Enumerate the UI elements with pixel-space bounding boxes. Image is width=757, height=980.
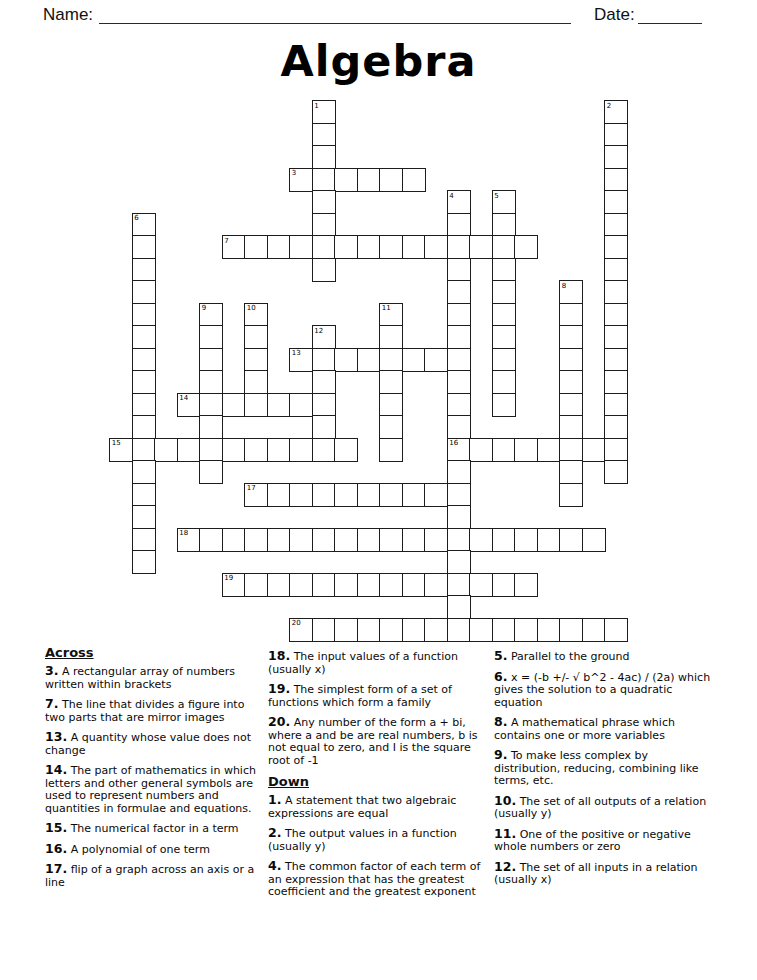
cell-r6-c14[interactable] [424,235,448,259]
cell-r15-c17[interactable] [492,438,516,462]
cell-r19-c12[interactable] [379,528,403,552]
cell-r9-c12[interactable]: 11 [379,303,403,327]
cell-r17-c14[interactable] [424,483,448,507]
cell-r6-c11[interactable] [357,235,381,259]
cell-r15-c19[interactable] [537,438,561,462]
cell-r19-c6[interactable] [244,528,268,552]
cell-r14-c22[interactable] [604,415,628,439]
cell-r6-c17[interactable] [492,235,516,259]
cell-r11-c6[interactable] [244,348,268,372]
cell-r17-c10[interactable] [334,483,358,507]
cell-r19-c20[interactable] [559,528,583,552]
cell-r13-c22[interactable] [604,393,628,417]
clue-label-17: 17. [45,861,67,876]
clue-down-2: 2. The output values in a function (usua… [268,827,485,853]
cell-r11-c14[interactable] [424,348,448,372]
clue-text-12: The set of all inputs in a relation (usu… [494,861,698,887]
cell-r20-c15[interactable] [447,550,471,574]
clue-text-15: The numerical factor in a term [67,822,238,835]
cell-r15-c18[interactable] [514,438,538,462]
cell-r12-c15[interactable] [447,370,471,394]
cell-r10-c4[interactable] [199,325,223,349]
clue-label-5: 5. [494,648,507,663]
clue-text-8: A mathematical phrase which contains one… [494,716,675,742]
cell-r23-c14[interactable] [424,618,448,642]
cell-r6-c7[interactable] [267,235,291,259]
cell-r15-c8[interactable] [289,438,313,462]
cell-r23-c15[interactable] [447,618,471,642]
cell-r15-c9[interactable] [312,438,336,462]
cell-r7-c9[interactable] [312,258,336,282]
cell-r11-c20[interactable] [559,348,583,372]
clue-number-16: 16 [449,439,458,447]
cell-r13-c8[interactable] [289,393,313,417]
cell-r19-c18[interactable] [514,528,538,552]
cell-r13-c3[interactable]: 14 [177,393,201,417]
clue-label-10: 10. [494,793,516,808]
cell-r21-c5[interactable]: 19 [222,573,246,597]
cell-r16-c22[interactable] [604,460,628,484]
cell-r8-c1[interactable] [132,280,156,304]
clue-down-6: 6. x = (-b +/- √ b^2 - 4ac) / (2a) which… [494,671,711,710]
cell-r4-c9[interactable] [312,190,336,214]
clue-label-20: 20. [268,714,290,729]
clue-across-19: 19. The simplest form of a set of functi… [268,683,485,709]
cell-r9-c20[interactable] [559,303,583,327]
cell-r6-c12[interactable] [379,235,403,259]
cell-r13-c4[interactable] [199,393,223,417]
cell-r11-c9[interactable] [312,348,336,372]
cell-r13-c6[interactable] [244,393,268,417]
clue-across-20: 20. Any number of the form a + bi, where… [268,716,485,767]
cell-r5-c15[interactable] [447,213,471,237]
clue-text-16: A polynomial of one term [67,843,210,856]
cell-r3-c22[interactable] [604,168,628,192]
cell-r20-c1[interactable] [132,550,156,574]
clue-text-13: A quantity whose value does not change [45,731,251,757]
cell-r21-c13[interactable] [402,573,426,597]
cell-r4-c22[interactable] [604,190,628,214]
cell-r21-c10[interactable] [334,573,358,597]
clue-column-2: 18. The input values of a function (usua… [268,650,485,906]
cell-r11-c1[interactable] [132,348,156,372]
clue-text-18: The input values of a function (usually … [268,650,458,676]
cell-r17-c8[interactable] [289,483,313,507]
cell-r23-c16[interactable] [469,618,493,642]
cell-r13-c1[interactable] [132,393,156,417]
cell-r9-c17[interactable] [492,303,516,327]
cell-r21-c17[interactable] [492,573,516,597]
cell-r23-c20[interactable] [559,618,583,642]
cell-r14-c20[interactable] [559,415,583,439]
cell-r11-c8[interactable]: 13 [289,348,313,372]
cell-r15-c2[interactable] [154,438,178,462]
cell-r19-c5[interactable] [222,528,246,552]
cell-r23-c11[interactable] [357,618,381,642]
cell-r7-c1[interactable] [132,258,156,282]
cell-r13-c5[interactable] [222,393,246,417]
cell-r7-c17[interactable] [492,258,516,282]
cell-r2-c9[interactable] [312,145,336,169]
clue-number-4: 4 [449,192,453,200]
cell-r8-c17[interactable] [492,280,516,304]
cell-r16-c1[interactable] [132,460,156,484]
cell-r5-c9[interactable] [312,213,336,237]
cell-r17-c1[interactable] [132,483,156,507]
clue-number-9: 9 [202,304,206,312]
cell-r7-c15[interactable] [447,258,471,282]
cell-r17-c11[interactable] [357,483,381,507]
clue-label-15: 15. [45,820,67,835]
cell-r6-c6[interactable] [244,235,268,259]
clue-text-7: The line that divides a figure into two … [45,698,244,724]
across-header: Across [45,645,262,660]
cell-r21-c9[interactable] [312,573,336,597]
clue-text-19: The simplest form of a set of functions … [268,683,452,709]
clue-number-2: 2 [607,102,611,110]
cell-r6-c10[interactable] [334,235,358,259]
cell-r19-c13[interactable] [402,528,426,552]
cell-r23-c22[interactable] [604,618,628,642]
cell-r13-c20[interactable] [559,393,583,417]
clue-number-13: 13 [292,349,301,357]
cell-r23-c12[interactable] [379,618,403,642]
cell-r13-c12[interactable] [379,393,403,417]
cell-r17-c7[interactable] [267,483,291,507]
clue-label-16: 16. [45,841,67,856]
cell-r21-c12[interactable] [379,573,403,597]
clue-across-16: 16. A polynomial of one term [45,843,262,857]
cell-r10-c6[interactable] [244,325,268,349]
cell-r17-c15[interactable] [447,483,471,507]
cell-r12-c17[interactable] [492,370,516,394]
puzzle-title: Algebra [0,36,757,86]
cell-r8-c20[interactable]: 8 [559,280,583,304]
cell-r12-c9[interactable] [312,370,336,394]
cell-r4-c17[interactable]: 5 [492,190,516,214]
cell-r19-c10[interactable] [334,528,358,552]
cell-r15-c5[interactable] [222,438,246,462]
clue-text-11: One of the positive or negative whole nu… [494,828,691,854]
cell-r13-c15[interactable] [447,393,471,417]
clue-number-3: 3 [292,169,296,177]
cell-r19-c9[interactable] [312,528,336,552]
date-blank-line [638,23,702,24]
cell-r10-c12[interactable] [379,325,403,349]
cell-r21-c14[interactable] [424,573,448,597]
clue-text-10: The set of all outputs of a relation (us… [494,795,706,821]
clue-number-14: 14 [179,394,188,402]
cell-r21-c18[interactable] [514,573,538,597]
cell-r23-c21[interactable] [582,618,606,642]
down-header: Down [268,774,485,789]
cell-r12-c6[interactable] [244,370,268,394]
cell-r15-c7[interactable] [267,438,291,462]
clue-text-2: The output values in a function (usually… [268,827,457,853]
cell-r15-c4[interactable] [199,438,223,462]
cell-r19-c15[interactable] [447,528,471,552]
clue-down-10: 10. The set of all outputs of a relation… [494,795,711,821]
cell-r11-c22[interactable] [604,348,628,372]
cell-r5-c17[interactable] [492,213,516,237]
clue-number-1: 1 [314,102,318,110]
date-label: Date: [594,5,635,25]
cell-r11-c4[interactable] [199,348,223,372]
cell-r14-c1[interactable] [132,415,156,439]
clue-across-18: 18. The input values of a function (usua… [268,650,485,676]
cell-r12-c4[interactable] [199,370,223,394]
cell-r19-c4[interactable] [199,528,223,552]
clue-label-13: 13. [45,729,67,744]
cell-r7-c22[interactable] [604,258,628,282]
cell-r15-c16[interactable] [469,438,493,462]
cell-r15-c15[interactable]: 16 [447,438,471,462]
cell-r6-c13[interactable] [402,235,426,259]
cell-r1-c22[interactable] [604,123,628,147]
cell-r9-c1[interactable] [132,303,156,327]
clue-number-8: 8 [562,282,566,290]
cell-r23-c17[interactable] [492,618,516,642]
cell-r19-c16[interactable] [469,528,493,552]
cell-r21-c7[interactable] [267,573,291,597]
cell-r2-c22[interactable] [604,145,628,169]
clue-label-12: 12. [494,859,516,874]
cell-r3-c9[interactable] [312,168,336,192]
cell-r10-c22[interactable] [604,325,628,349]
cell-r5-c22[interactable] [604,213,628,237]
clue-label-6: 6. [494,669,507,684]
clue-number-5: 5 [494,192,498,200]
cell-r23-c19[interactable] [537,618,561,642]
cell-r11-c15[interactable] [447,348,471,372]
clue-label-1: 1. [268,792,281,807]
cell-r16-c4[interactable] [199,460,223,484]
cell-r15-c22[interactable] [604,438,628,462]
clue-column-3: 5. Parallel to the ground6. x = (-b +/- … [494,650,711,894]
cell-r10-c1[interactable] [132,325,156,349]
cell-r21-c6[interactable] [244,573,268,597]
clue-text-1: A statement that two algebraic expressio… [268,794,456,820]
cell-r21-c15[interactable] [447,573,471,597]
worksheet-page: Name: Date: Algebra 12345678910111213141… [0,0,757,980]
clue-down-4: 4. The common factor of each term of an … [268,860,485,899]
clue-text-5: Parallel to the ground [507,650,629,663]
cell-r4-c15[interactable]: 4 [447,190,471,214]
cell-r17-c12[interactable] [379,483,403,507]
cell-r14-c15[interactable] [447,415,471,439]
cell-r11-c17[interactable] [492,348,516,372]
cell-r12-c20[interactable] [559,370,583,394]
clue-number-15: 15 [112,439,121,447]
cell-r8-c15[interactable] [447,280,471,304]
clue-text-4: The common factor of each term of an exp… [268,860,480,898]
cell-r0-c22[interactable]: 2 [604,100,628,124]
clue-label-18: 18. [268,648,290,663]
cell-r3-c8[interactable]: 3 [289,168,313,192]
cell-r18-c15[interactable] [447,505,471,529]
name-blank-line [99,23,571,24]
clue-across-7: 7. The line that divides a figure into t… [45,698,262,724]
clue-label-3: 3. [45,663,58,678]
cell-r23-c13[interactable] [402,618,426,642]
cell-r15-c12[interactable] [379,438,403,462]
clue-number-20: 20 [292,619,301,627]
clue-text-9: To make less complex by distribution, re… [494,749,699,787]
clue-label-19: 19. [268,681,290,696]
cell-r3-c13[interactable] [402,168,426,192]
cell-r23-c10[interactable] [334,618,358,642]
cell-r17-c9[interactable] [312,483,336,507]
cell-r6-c16[interactable] [469,235,493,259]
cell-r21-c8[interactable] [289,573,313,597]
cell-r15-c3[interactable] [177,438,201,462]
cell-r1-c9[interactable] [312,123,336,147]
cell-r23-c18[interactable] [514,618,538,642]
cell-r9-c6[interactable]: 10 [244,303,268,327]
clue-column-1: Across3. A rectangular array of numbers … [45,645,262,896]
cell-r15-c10[interactable] [334,438,358,462]
clue-label-11: 11. [494,826,516,841]
cell-r8-c22[interactable] [604,280,628,304]
clue-number-11: 11 [382,304,391,312]
cell-r19-c3[interactable]: 18 [177,528,201,552]
cell-r17-c13[interactable] [402,483,426,507]
cell-r10-c15[interactable] [447,325,471,349]
cell-r19-c7[interactable] [267,528,291,552]
cell-r15-c0[interactable]: 15 [109,438,133,462]
clue-down-9: 9. To make less complex by distribution,… [494,749,711,788]
cell-r16-c20[interactable] [559,460,583,484]
cell-r11-c13[interactable] [402,348,426,372]
clue-text-17: flip of a graph across an axis or a line [45,863,254,889]
cell-r16-c15[interactable] [447,460,471,484]
cell-r13-c7[interactable] [267,393,291,417]
cell-r11-c11[interactable] [357,348,381,372]
clue-label-9: 9. [494,747,507,762]
cell-r17-c20[interactable] [559,483,583,507]
cell-r15-c21[interactable] [582,438,606,462]
clue-number-6: 6 [134,214,138,222]
cell-r6-c1[interactable] [132,235,156,259]
cell-r9-c22[interactable] [604,303,628,327]
cell-r6-c9[interactable] [312,235,336,259]
cell-r23-c9[interactable] [312,618,336,642]
clue-across-3: 3. A rectangular array of numbers writte… [45,665,262,691]
cell-r13-c9[interactable] [312,393,336,417]
cell-r18-c1[interactable] [132,505,156,529]
cell-r9-c15[interactable] [447,303,471,327]
clue-number-17: 17 [247,484,256,492]
clue-across-15: 15. The numerical factor in a term [45,822,262,836]
clue-text-20: Any number of the form a + bi, where a a… [268,716,478,767]
cell-r12-c12[interactable] [379,370,403,394]
cell-r14-c4[interactable] [199,415,223,439]
clue-label-4: 4. [268,858,281,873]
clue-down-1: 1. A statement that two algebraic expres… [268,794,485,820]
cell-r3-c11[interactable] [357,168,381,192]
cell-r13-c17[interactable] [492,393,516,417]
cell-r3-c12[interactable] [379,168,403,192]
cell-r19-c21[interactable] [582,528,606,552]
name-label: Name: [43,5,93,25]
cell-r15-c6[interactable] [244,438,268,462]
crossword-board: 1234567891011121314151617181920 [110,101,628,641]
cell-r5-c1[interactable]: 6 [132,213,156,237]
cell-r6-c18[interactable] [514,235,538,259]
clue-text-6: x = (-b +/- √ b^2 - 4ac) / (2a) which gi… [494,671,710,709]
clue-number-7: 7 [224,237,228,245]
cell-r17-c6[interactable]: 17 [244,483,268,507]
clue-label-2: 2. [268,825,281,840]
clue-across-14: 14. The part of mathematics in which let… [45,764,262,815]
cell-r21-c11[interactable] [357,573,381,597]
cell-r19-c1[interactable] [132,528,156,552]
cell-r19-c8[interactable] [289,528,313,552]
cell-r15-c1[interactable] [132,438,156,462]
cell-r19-c14[interactable] [424,528,448,552]
cell-r19-c17[interactable] [492,528,516,552]
cell-r10-c17[interactable] [492,325,516,349]
clue-number-10: 10 [247,304,256,312]
clue-number-18: 18 [179,529,188,537]
cell-r23-c8[interactable]: 20 [289,618,313,642]
cell-r21-c16[interactable] [469,573,493,597]
clue-label-7: 7. [45,696,58,711]
clue-down-8: 8. A mathematical phrase which contains … [494,716,711,742]
cell-r6-c5[interactable]: 7 [222,235,246,259]
cell-r10-c20[interactable] [559,325,583,349]
cell-r9-c4[interactable]: 9 [199,303,223,327]
cell-r22-c15[interactable] [447,595,471,619]
cell-r15-c20[interactable] [559,438,583,462]
cell-r19-c19[interactable] [537,528,561,552]
clue-label-14: 14. [45,762,67,777]
cell-r10-c9[interactable]: 12 [312,325,336,349]
cell-r19-c11[interactable] [357,528,381,552]
cell-r14-c12[interactable] [379,415,403,439]
cell-r6-c15[interactable] [447,235,471,259]
cell-r11-c10[interactable] [334,348,358,372]
clue-number-19: 19 [224,574,233,582]
cell-r12-c22[interactable] [604,370,628,394]
clue-down-5: 5. Parallel to the ground [494,650,711,664]
clue-across-13: 13. A quantity whose value does not chan… [45,731,262,757]
cell-r14-c9[interactable] [312,415,336,439]
clue-down-12: 12. The set of all inputs in a relation … [494,861,711,887]
clue-text-3: A rectangular array of numbers written w… [45,665,235,691]
clue-label-8: 8. [494,714,507,729]
clue-text-14: The part of mathematics in which letters… [45,764,256,815]
cell-r0-c9[interactable]: 1 [312,100,336,124]
clue-down-11: 11. One of the positive or negative whol… [494,828,711,854]
cell-r11-c12[interactable] [379,348,403,372]
cell-r6-c22[interactable] [604,235,628,259]
cell-r6-c8[interactable] [289,235,313,259]
cell-r12-c1[interactable] [132,370,156,394]
cell-r3-c10[interactable] [334,168,358,192]
clue-number-12: 12 [314,327,323,335]
clue-across-17: 17. flip of a graph across an axis or a … [45,863,262,889]
